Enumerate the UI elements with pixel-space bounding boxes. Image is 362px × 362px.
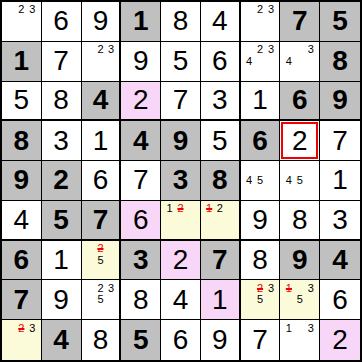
cell-r6c1[interactable]: 4: [2, 201, 42, 241]
eliminated-candidate-1: 1: [204, 203, 215, 214]
cell-r5c9[interactable]: 1: [320, 161, 360, 201]
given-digit: 9: [14, 166, 30, 194]
empty-candidate-slot: [244, 44, 255, 56]
candidate-5: 5: [255, 175, 266, 187]
candidate-grid: 23: [82, 42, 120, 81]
empty-candidate-slot: [244, 186, 255, 198]
cell-r1c1[interactable]: 23: [2, 2, 42, 42]
given-digit: 6: [292, 86, 308, 114]
candidate-2: 2: [95, 44, 106, 56]
empty-candidate-slot: [106, 67, 117, 79]
solved-digit: 6: [332, 286, 348, 314]
eliminated-candidate-2: 2: [16, 322, 27, 334]
solved-digit: 2: [292, 127, 308, 155]
cell-r5c5[interactable]: 3: [161, 161, 201, 201]
candidate-grid: 45: [241, 161, 280, 200]
solved-digit: 5: [173, 47, 189, 75]
candidate-3: 3: [266, 44, 277, 56]
solved-digit: 8: [93, 326, 109, 354]
empty-candidate-slot: [85, 266, 96, 278]
solved-digit: 1: [212, 286, 228, 314]
empty-candidate-slot: [164, 225, 175, 236]
candidate-grid: 234: [241, 42, 280, 81]
empty-candidate-slot: [186, 203, 197, 214]
empty-candidate-slot: [266, 55, 277, 67]
empty-candidate-slot: [186, 225, 197, 236]
cell-r7c5[interactable]: 2: [161, 241, 201, 281]
cell-r9c8[interactable]: 13: [280, 320, 320, 360]
given-digit: 9: [332, 86, 348, 114]
cell-r9c2[interactable]: 4: [42, 320, 82, 360]
solved-digit: 9: [53, 286, 69, 314]
cell-r5c7[interactable]: 45: [241, 161, 281, 201]
cell-r8c5[interactable]: 4: [161, 280, 201, 320]
eliminated-candidate-1: 1: [283, 282, 294, 294]
cell-r8c6[interactable]: 1: [201, 280, 241, 320]
empty-candidate-slot: [225, 225, 236, 236]
candidate-3: 3: [305, 282, 316, 294]
cell-r8c9[interactable]: 6: [320, 280, 360, 320]
cell-r5c2[interactable]: 2: [42, 161, 82, 201]
empty-candidate-slot: [214, 225, 225, 236]
candidate-3: 3: [27, 322, 38, 334]
empty-candidate-slot: [204, 214, 215, 225]
empty-candidate-slot: [244, 27, 255, 39]
empty-candidate-slot: [5, 322, 16, 334]
empty-candidate-slot: [5, 16, 16, 28]
empty-candidate-slot: [27, 16, 38, 28]
cell-r7c1[interactable]: 6: [2, 241, 42, 281]
cell-r2c8[interactable]: 34: [280, 42, 320, 82]
empty-candidate-slot: [95, 266, 106, 278]
cell-r6c9[interactable]: 3: [320, 201, 360, 241]
given-digit: 7: [14, 286, 30, 314]
cell-r3c1[interactable]: 5: [2, 82, 42, 122]
cell-r3c5[interactable]: 7: [161, 82, 201, 122]
empty-candidate-slot: [244, 306, 255, 318]
cell-r5c6[interactable]: 8: [201, 161, 241, 201]
empty-candidate-slot: [95, 306, 106, 318]
candidate-grid: 23: [2, 320, 41, 360]
candidate-3: 3: [266, 282, 277, 294]
cell-r7c3[interactable]: 25: [82, 241, 122, 281]
cell-r2c5[interactable]: 5: [161, 42, 201, 82]
candidate-grid: 12: [201, 201, 239, 239]
cell-r4c6[interactable]: 5: [201, 121, 241, 161]
candidate-grid: 13: [280, 320, 319, 360]
cell-r9c1[interactable]: 23: [2, 320, 42, 360]
empty-candidate-slot: [305, 186, 316, 198]
empty-candidate-slot: [255, 186, 266, 198]
candidate-3: 3: [305, 44, 316, 56]
empty-candidate-slot: [85, 243, 96, 255]
given-digit: 9: [292, 246, 308, 274]
solved-digit: 3: [53, 127, 69, 155]
empty-candidate-slot: [283, 67, 294, 79]
solved-digit: 3: [332, 206, 348, 234]
empty-candidate-slot: [106, 306, 117, 318]
cell-r6c4[interactable]: 6: [121, 201, 161, 241]
candidate-4: 4: [244, 55, 255, 67]
cell-r3c2[interactable]: 8: [42, 82, 82, 122]
solved-digit: 1: [332, 166, 348, 194]
empty-candidate-slot: [85, 44, 96, 56]
cell-r3c9[interactable]: 9: [320, 82, 360, 122]
candidate-1: 1: [283, 322, 294, 334]
empty-candidate-slot: [283, 163, 294, 175]
candidate-grid: 12: [161, 201, 200, 239]
empty-candidate-slot: [85, 306, 96, 318]
cell-r6c8[interactable]: 8: [280, 201, 320, 241]
empty-candidate-slot: [305, 294, 316, 306]
given-digit: 3: [133, 246, 149, 274]
given-digit: 5: [53, 206, 69, 234]
empty-candidate-slot: [305, 175, 316, 187]
given-digit: 6: [14, 246, 30, 274]
empty-candidate-slot: [255, 16, 266, 28]
empty-candidate-slot: [106, 243, 117, 255]
cell-r9c6[interactable]: 9: [201, 320, 241, 360]
empty-candidate-slot: [255, 306, 266, 318]
empty-candidate-slot: [283, 44, 294, 56]
empty-candidate-slot: [294, 306, 305, 318]
cell-r4c9[interactable]: 7: [320, 121, 360, 161]
cell-r2c2[interactable]: 7: [42, 42, 82, 82]
given-digit: 5: [133, 326, 149, 354]
cell-r2c4[interactable]: 9: [121, 42, 161, 82]
empty-candidate-slot: [16, 346, 27, 358]
cell-r8c7[interactable]: 235: [241, 280, 281, 320]
empty-candidate-slot: [16, 27, 27, 39]
cell-r6c5[interactable]: 12: [161, 201, 201, 241]
candidate-grid: 135: [280, 280, 319, 319]
empty-candidate-slot: [106, 254, 117, 266]
solved-digit: 9: [93, 7, 109, 35]
cell-r6c7[interactable]: 9: [241, 201, 281, 241]
empty-candidate-slot: [85, 294, 96, 306]
empty-candidate-slot: [85, 282, 96, 294]
empty-candidate-slot: [175, 214, 186, 225]
empty-candidate-slot: [244, 282, 255, 294]
given-digit: 7: [212, 246, 228, 274]
empty-candidate-slot: [5, 346, 16, 358]
solved-digit: 8: [173, 7, 189, 35]
empty-candidate-slot: [255, 67, 266, 79]
given-digit: 3: [173, 166, 189, 194]
empty-candidate-slot: [294, 44, 305, 56]
empty-candidate-slot: [305, 55, 316, 67]
cell-r4c1[interactable]: 8: [2, 121, 42, 161]
empty-candidate-slot: [294, 334, 305, 346]
given-digit: 1: [133, 7, 149, 35]
cell-r9c7[interactable]: 7: [241, 320, 281, 360]
empty-candidate-slot: [164, 214, 175, 225]
solved-digit: 4: [173, 286, 189, 314]
cell-r3c3[interactable]: 4: [82, 82, 122, 122]
empty-candidate-slot: [305, 346, 316, 358]
cell-r4c4[interactable]: 4: [121, 121, 161, 161]
cell-r7c9[interactable]: 4: [320, 241, 360, 281]
cell-r3c6[interactable]: 3: [201, 82, 241, 122]
empty-candidate-slot: [266, 306, 277, 318]
empty-candidate-slot: [244, 294, 255, 306]
solved-digit: 6: [173, 326, 189, 354]
cell-r1c2[interactable]: 6: [42, 2, 82, 42]
given-digit: 4: [53, 326, 69, 354]
empty-candidate-slot: [225, 214, 236, 225]
cell-r7c2[interactable]: 1: [42, 241, 82, 281]
cell-r1c5[interactable]: 8: [161, 2, 201, 42]
empty-candidate-slot: [85, 254, 96, 266]
cell-r6c6[interactable]: 12: [201, 201, 241, 241]
cell-r7c6[interactable]: 7: [201, 241, 241, 281]
empty-candidate-slot: [186, 214, 197, 225]
solved-digit: 1: [53, 246, 69, 274]
empty-candidate-slot: [95, 67, 106, 79]
cell-r5c1[interactable]: 9: [2, 161, 42, 201]
empty-candidate-slot: [294, 186, 305, 198]
cell-r2c9[interactable]: 8: [320, 42, 360, 82]
solved-digit: 4: [212, 7, 228, 35]
empty-candidate-slot: [266, 175, 277, 187]
empty-candidate-slot: [214, 214, 225, 225]
candidate-3: 3: [27, 4, 38, 16]
cell-r6c2[interactable]: 5: [42, 201, 82, 241]
cell-r7c4[interactable]: 3: [121, 241, 161, 281]
solved-digit: 5: [212, 127, 228, 155]
solved-digit: 1: [252, 86, 268, 114]
cell-r2c1[interactable]: 1: [2, 42, 42, 82]
empty-candidate-slot: [266, 27, 277, 39]
candidate-4: 4: [244, 175, 255, 187]
empty-candidate-slot: [255, 163, 266, 175]
cell-r5c8[interactable]: 45: [280, 161, 320, 201]
empty-candidate-slot: [106, 294, 117, 306]
empty-candidate-slot: [225, 203, 236, 214]
given-digit: 5: [332, 7, 348, 35]
candidate-2: 2: [214, 203, 225, 214]
solved-digit: 2: [173, 246, 189, 274]
candidate-5: 5: [255, 294, 266, 306]
candidate-grid: 23: [241, 2, 280, 41]
given-digit: 2: [53, 166, 69, 194]
candidate-grid: 235: [82, 280, 120, 319]
empty-candidate-slot: [294, 163, 305, 175]
solved-digit: 7: [133, 166, 149, 194]
candidate-1: 1: [164, 203, 175, 214]
empty-candidate-slot: [244, 4, 255, 16]
solved-digit: 9: [252, 206, 268, 234]
empty-candidate-slot: [283, 294, 294, 306]
candidate-5: 5: [95, 294, 106, 306]
sudoku-board: 2369184237517239562343485842731698314956…: [0, 0, 362, 362]
cell-r1c7[interactable]: 23: [241, 2, 281, 42]
empty-candidate-slot: [266, 294, 277, 306]
empty-candidate-slot: [5, 334, 16, 346]
solved-digit: 9: [212, 326, 228, 354]
cell-r7c8[interactable]: 9: [280, 241, 320, 281]
candidate-4: 4: [283, 175, 294, 187]
solved-digit: 5: [14, 86, 30, 114]
candidate-3: 3: [106, 282, 117, 294]
cell-r9c4[interactable]: 5: [121, 320, 161, 360]
candidate-grid: 23: [2, 2, 41, 41]
empty-candidate-slot: [283, 334, 294, 346]
cell-r5c3[interactable]: 6: [82, 161, 122, 201]
empty-candidate-slot: [266, 163, 277, 175]
empty-candidate-slot: [27, 27, 38, 39]
given-digit: 6: [252, 127, 268, 155]
empty-candidate-slot: [27, 334, 38, 346]
solved-digit: 6: [93, 166, 109, 194]
cell-r4c3[interactable]: 1: [82, 121, 122, 161]
empty-candidate-slot: [244, 16, 255, 28]
cell-r1c8[interactable]: 7: [280, 2, 320, 42]
empty-candidate-slot: [255, 27, 266, 39]
solved-digit: 8: [133, 286, 149, 314]
empty-candidate-slot: [5, 27, 16, 39]
empty-candidate-slot: [305, 306, 316, 318]
candidate-2: 2: [255, 44, 266, 56]
cell-r2c3[interactable]: 23: [82, 42, 122, 82]
cell-r8c8[interactable]: 135: [280, 280, 320, 320]
eliminated-candidate-2: 2: [95, 243, 106, 255]
candidate-5: 5: [294, 175, 305, 187]
solved-digit: 2: [133, 86, 149, 114]
solved-digit: 9: [133, 47, 149, 75]
candidate-2: 2: [255, 4, 266, 16]
empty-candidate-slot: [95, 55, 106, 67]
cell-r1c9[interactable]: 5: [320, 2, 360, 42]
empty-candidate-slot: [85, 55, 96, 67]
empty-candidate-slot: [305, 163, 316, 175]
empty-candidate-slot: [244, 163, 255, 175]
given-digit: 4: [93, 86, 109, 114]
eliminated-candidate-2: 2: [255, 282, 266, 294]
candidate-grid: 25: [82, 241, 120, 280]
empty-candidate-slot: [294, 67, 305, 79]
empty-candidate-slot: [266, 67, 277, 79]
empty-candidate-slot: [175, 225, 186, 236]
cell-r4c8[interactable]: 2: [280, 121, 320, 161]
empty-candidate-slot: [305, 67, 316, 79]
empty-candidate-slot: [294, 282, 305, 294]
empty-candidate-slot: [106, 266, 117, 278]
candidate-grid: 45: [280, 161, 319, 200]
empty-candidate-slot: [283, 306, 294, 318]
cell-r5c4[interactable]: 7: [121, 161, 161, 201]
cell-r2c6[interactable]: 6: [201, 42, 241, 82]
candidate-2: 2: [16, 4, 27, 16]
given-digit: 4: [133, 127, 149, 155]
cell-r9c5[interactable]: 6: [161, 320, 201, 360]
candidate-5: 5: [294, 294, 305, 306]
cell-r8c3[interactable]: 235: [82, 280, 122, 320]
cell-r4c7[interactable]: 6: [241, 121, 281, 161]
solved-digit: 6: [133, 206, 149, 234]
solved-digit: 7: [252, 326, 268, 354]
candidate-3: 3: [266, 4, 277, 16]
empty-candidate-slot: [283, 186, 294, 198]
empty-candidate-slot: [16, 16, 27, 28]
given-digit: 7: [93, 206, 109, 234]
cell-r9c3[interactable]: 8: [82, 320, 122, 360]
solved-digit: 8: [292, 206, 308, 234]
cell-r4c2[interactable]: 3: [42, 121, 82, 161]
cell-r1c4[interactable]: 1: [121, 2, 161, 42]
given-digit: 8: [332, 47, 348, 75]
candidate-2: 2: [95, 282, 106, 294]
cell-r3c7[interactable]: 1: [241, 82, 281, 122]
solved-digit: 6: [53, 7, 69, 35]
candidate-5: 5: [95, 254, 106, 266]
eliminated-candidate-2: 2: [175, 203, 186, 214]
candidate-grid: 235: [241, 280, 280, 319]
cell-r8c4[interactable]: 8: [121, 280, 161, 320]
empty-candidate-slot: [106, 55, 117, 67]
empty-candidate-slot: [16, 334, 27, 346]
cell-r4c5[interactable]: 9: [161, 121, 201, 161]
solved-digit: 7: [53, 47, 69, 75]
empty-candidate-slot: [85, 67, 96, 79]
cell-r8c2[interactable]: 9: [42, 280, 82, 320]
given-digit: 7: [292, 7, 308, 35]
cell-r1c3[interactable]: 9: [82, 2, 122, 42]
cell-r9c9[interactable]: 2: [320, 320, 360, 360]
empty-candidate-slot: [255, 55, 266, 67]
given-digit: 9: [173, 127, 189, 155]
solved-digit: 3: [212, 86, 228, 114]
candidate-3: 3: [106, 44, 117, 56]
solved-digit: 8: [53, 86, 69, 114]
cell-r3c4[interactable]: 2: [121, 82, 161, 122]
cell-r7c7[interactable]: 8: [241, 241, 281, 281]
solved-digit: 4: [14, 206, 30, 234]
solved-digit: 7: [332, 127, 348, 155]
candidate-3: 3: [305, 322, 316, 334]
solved-digit: 1: [93, 127, 109, 155]
empty-candidate-slot: [266, 186, 277, 198]
solved-digit: 8: [252, 246, 268, 274]
cell-r2c7[interactable]: 234: [241, 42, 281, 82]
given-digit: 8: [212, 166, 228, 194]
empty-candidate-slot: [204, 225, 215, 236]
given-digit: 1: [14, 47, 30, 75]
solved-digit: 6: [212, 47, 228, 75]
candidate-4: 4: [283, 55, 294, 67]
cell-r3c8[interactable]: 6: [280, 82, 320, 122]
solved-digit: 2: [332, 326, 348, 354]
empty-candidate-slot: [294, 55, 305, 67]
empty-candidate-slot: [5, 4, 16, 16]
empty-candidate-slot: [27, 346, 38, 358]
empty-candidate-slot: [283, 346, 294, 358]
solved-digit: 7: [173, 86, 189, 114]
empty-candidate-slot: [305, 334, 316, 346]
given-digit: 4: [332, 246, 348, 274]
cell-r1c6[interactable]: 4: [201, 2, 241, 42]
empty-candidate-slot: [244, 67, 255, 79]
given-digit: 8: [14, 127, 30, 155]
empty-candidate-slot: [266, 16, 277, 28]
cell-r8c1[interactable]: 7: [2, 280, 42, 320]
empty-candidate-slot: [294, 346, 305, 358]
empty-candidate-slot: [294, 322, 305, 334]
cell-r6c3[interactable]: 7: [82, 201, 122, 241]
candidate-grid: 34: [280, 42, 319, 81]
